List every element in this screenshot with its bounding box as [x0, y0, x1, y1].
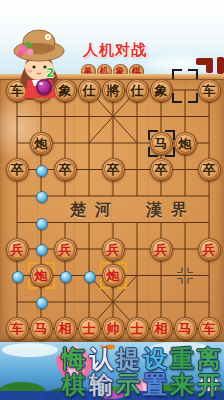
- piece-black-cannon[interactable]: 炮: [30, 132, 53, 155]
- piece-red-cannon[interactable]: 炮: [102, 264, 125, 287]
- piece-label: 车: [203, 79, 216, 102]
- settings-button[interactable]: 设置: [142, 346, 169, 400]
- xiangqi-app: 人机对战 单机象棋 楚河 漢界 车马象仕將仕象车炮马炮卒卒卒卒卒兵兵兵兵兵炮炮车…: [0, 0, 224, 400]
- piece-label: 车: [11, 317, 24, 340]
- piece-black-chariot[interactable]: 车: [198, 79, 221, 102]
- piece-red-soldier[interactable]: 兵: [150, 238, 173, 261]
- move-hint-dot[interactable]: [12, 271, 24, 283]
- piece-label: 相: [155, 317, 168, 340]
- piece-red-soldier[interactable]: 兵: [6, 238, 29, 261]
- piece-black-soldier[interactable]: 卒: [6, 158, 29, 181]
- piece-label: 卒: [107, 158, 120, 181]
- piece-label: 兵: [203, 238, 216, 261]
- piece-label: 士: [131, 317, 144, 340]
- piece-label: 象: [155, 79, 168, 102]
- page-title: 人机对战: [57, 41, 173, 60]
- river-label-left: 楚河: [70, 200, 120, 221]
- piece-label: 帅: [107, 317, 120, 340]
- piece-label: 卒: [155, 158, 168, 181]
- piece-black-cannon[interactable]: 炮: [174, 132, 197, 155]
- move-hint-dot[interactable]: [36, 244, 48, 256]
- piece-label: 卒: [203, 158, 216, 181]
- piece-label: 马: [155, 132, 168, 155]
- piece-black-general[interactable]: 將: [102, 79, 125, 102]
- piece-label: 炮: [179, 132, 192, 155]
- resign-button[interactable]: 认输: [88, 346, 115, 400]
- hint-button[interactable]: 提示: [115, 346, 142, 400]
- piece-red-chariot[interactable]: 车: [198, 317, 221, 340]
- piece-black-soldier[interactable]: 卒: [150, 158, 173, 181]
- menu-button-char: 离: [196, 346, 223, 372]
- piece-red-advisor[interactable]: 士: [78, 317, 101, 340]
- piece-label: 车: [203, 317, 216, 340]
- menu-button-char: 提: [115, 346, 142, 372]
- piece-label: 兵: [155, 238, 168, 261]
- piece-red-horse[interactable]: 马: [30, 317, 53, 340]
- piece-black-elephant[interactable]: 象: [150, 79, 173, 102]
- move-hint-dot[interactable]: [36, 191, 48, 203]
- piece-label: 炮: [35, 132, 48, 155]
- piece-label: 相: [59, 317, 72, 340]
- menu-button-char: 设: [142, 346, 169, 372]
- piece-label: 马: [35, 317, 48, 340]
- piece-label: 將: [107, 79, 120, 102]
- piece-label: 卒: [11, 158, 24, 181]
- piece-red-soldier[interactable]: 兵: [54, 238, 77, 261]
- undo-button[interactable]: 悔棋: [61, 346, 88, 400]
- menu-button-char: 来: [169, 372, 196, 398]
- menu-button-char: 棋: [61, 372, 88, 398]
- piece-black-advisor[interactable]: 仕: [126, 79, 149, 102]
- piece-label: 炮: [107, 264, 120, 287]
- move-hint-dot[interactable]: [36, 297, 48, 309]
- piece-label: 兵: [107, 238, 120, 261]
- piece-black-soldier[interactable]: 卒: [54, 158, 77, 181]
- piece-label: 兵: [59, 238, 72, 261]
- piece-red-soldier[interactable]: 兵: [102, 238, 125, 261]
- river-label-right: 漢界: [146, 200, 196, 221]
- piece-red-advisor[interactable]: 士: [126, 317, 149, 340]
- move-hint-dot[interactable]: [60, 271, 72, 283]
- piece-red-cannon[interactable]: 炮: [30, 264, 53, 287]
- piece-label: 卒: [59, 158, 72, 181]
- menu-button-char: 悔: [61, 346, 88, 372]
- piece-black-advisor[interactable]: 仕: [78, 79, 101, 102]
- menu-button-char: 输: [88, 372, 115, 398]
- menu-button-char: 重: [169, 346, 196, 372]
- piece-label: 炮: [35, 264, 48, 287]
- piece-label: 仕: [83, 79, 96, 102]
- menu-button-char: 示: [115, 372, 142, 398]
- piece-black-soldier[interactable]: 卒: [198, 158, 221, 181]
- move-hint-dot[interactable]: [84, 271, 96, 283]
- frame-corner-decoration: [217, 57, 224, 74]
- purple-disc-decoration: [36, 79, 52, 95]
- frame-corner-decoration: [206, 58, 213, 73]
- piece-label: 马: [179, 317, 192, 340]
- restart-button[interactable]: 重来: [169, 346, 196, 400]
- piece-red-elephant[interactable]: 相: [54, 317, 77, 340]
- leave-button[interactable]: 离开: [196, 346, 223, 400]
- level-badge: 2: [46, 66, 54, 80]
- piece-red-general[interactable]: 帅: [102, 317, 125, 340]
- piece-red-elephant[interactable]: 相: [150, 317, 173, 340]
- piece-label: 兵: [11, 238, 24, 261]
- piece-red-horse[interactable]: 马: [174, 317, 197, 340]
- move-hint-dot[interactable]: [36, 218, 48, 230]
- menu-button-char: 认: [88, 346, 115, 372]
- move-hint-dot[interactable]: [36, 165, 48, 177]
- piece-label: 仕: [131, 79, 144, 102]
- piece-label: 士: [83, 317, 96, 340]
- menu-button-char: 置: [142, 372, 169, 398]
- piece-red-chariot[interactable]: 车: [6, 317, 29, 340]
- piece-black-horse[interactable]: 马: [150, 132, 173, 155]
- menu-button-char: 开: [196, 372, 223, 398]
- piece-black-soldier[interactable]: 卒: [102, 158, 125, 181]
- piece-red-soldier[interactable]: 兵: [198, 238, 221, 261]
